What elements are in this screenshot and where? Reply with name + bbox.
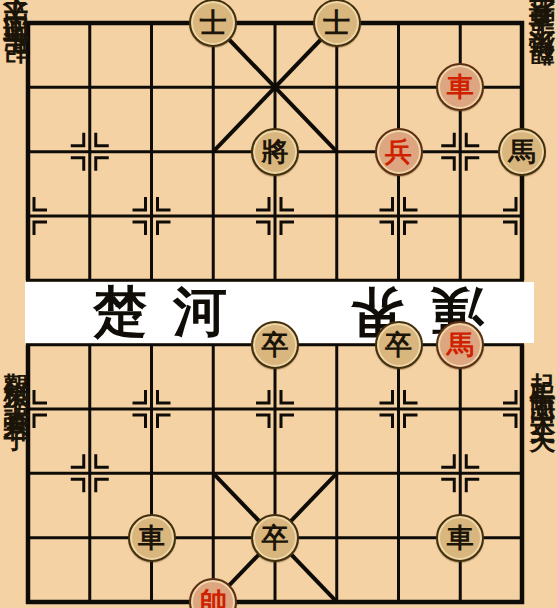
piece-glyph: 卒 (262, 520, 289, 556)
side-text-right-top-rotated: 觀棋不語真君子 (527, 24, 557, 87)
piece-black-horse[interactable]: 馬 (498, 128, 546, 176)
river-label-chu-he: 楚河 (93, 283, 253, 341)
side-text-left-bottom: 觀棋不語真君子 (1, 352, 31, 415)
piece-glyph: 帥 (200, 584, 227, 608)
piece-glyph: 馬 (509, 134, 536, 170)
piece-glyph: 車 (447, 69, 474, 105)
piece-glyph: 兵 (385, 134, 412, 170)
xiangqi-board-screenshot: 起手無回大丈夫 觀棋不語真君子 觀棋不語真君子 起手無回大丈夫 楚河 漢界 士士… (0, 0, 557, 608)
piece-glyph: 卒 (385, 327, 412, 363)
piece-black-soldier[interactable]: 卒 (251, 514, 299, 562)
piece-glyph: 將 (262, 134, 289, 170)
piece-glyph: 士 (323, 5, 350, 41)
piece-glyph: 車 (138, 520, 165, 556)
piece-black-soldier[interactable]: 卒 (375, 321, 423, 369)
piece-black-advisor[interactable]: 士 (313, 0, 361, 47)
piece-glyph: 車 (447, 520, 474, 556)
side-text-right-bottom: 起手無回大丈夫 (527, 352, 557, 415)
piece-red-horse[interactable]: 馬 (436, 321, 484, 369)
piece-red-soldier[interactable]: 兵 (375, 128, 423, 176)
piece-glyph: 馬 (447, 327, 474, 363)
piece-black-general[interactable]: 將 (251, 128, 299, 176)
side-text-left-top-rotated: 起手無回大丈夫 (1, 22, 31, 85)
piece-glyph: 士 (200, 5, 227, 41)
piece-black-chariot[interactable]: 車 (128, 514, 176, 562)
piece-black-soldier[interactable]: 卒 (251, 321, 299, 369)
piece-black-chariot[interactable]: 車 (436, 514, 484, 562)
piece-glyph: 卒 (262, 327, 289, 363)
